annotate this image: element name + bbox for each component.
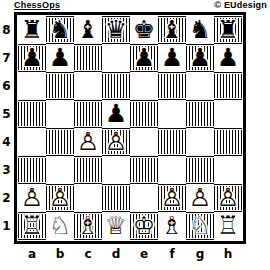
file-label-d: d bbox=[102, 247, 130, 261]
black-pawn[interactable]: ♟ bbox=[49, 44, 71, 72]
white-king[interactable]: ♔ bbox=[133, 212, 155, 240]
file-labels: abcdefgh bbox=[18, 247, 242, 261]
square-a2[interactable]: ♙ bbox=[18, 184, 46, 212]
black-rook[interactable]: ♜ bbox=[217, 16, 239, 44]
square-h1[interactable]: ♖ bbox=[214, 212, 242, 240]
white-rook[interactable]: ♖ bbox=[21, 212, 43, 240]
file-label-g: g bbox=[186, 247, 214, 261]
white-pawn[interactable]: ♙ bbox=[49, 184, 71, 212]
black-bishop[interactable]: ♝ bbox=[77, 16, 99, 44]
black-pawn[interactable]: ♟ bbox=[133, 44, 155, 72]
black-bishop[interactable]: ♝ bbox=[161, 16, 183, 44]
square-b7[interactable]: ♟ bbox=[46, 44, 74, 72]
square-e5[interactable] bbox=[130, 100, 158, 128]
file-label-a: a bbox=[18, 247, 46, 261]
black-knight[interactable]: ♞ bbox=[49, 16, 71, 44]
square-e6[interactable] bbox=[130, 72, 158, 100]
square-d4[interactable]: ♙ bbox=[102, 128, 130, 156]
square-c4[interactable]: ♙ bbox=[74, 128, 102, 156]
square-g7[interactable]: ♟ bbox=[186, 44, 214, 72]
square-e2[interactable] bbox=[130, 184, 158, 212]
rank-label-1: 1 bbox=[0, 212, 13, 240]
square-a7[interactable]: ♟ bbox=[18, 44, 46, 72]
square-e3[interactable] bbox=[130, 156, 158, 184]
square-h4[interactable] bbox=[214, 128, 242, 156]
file-label-b: b bbox=[46, 247, 74, 261]
white-bishop[interactable]: ♗ bbox=[77, 212, 99, 240]
white-rook[interactable]: ♖ bbox=[217, 212, 239, 240]
square-a8[interactable]: ♜ bbox=[18, 16, 46, 44]
rank-label-5: 5 bbox=[0, 100, 13, 128]
square-b6[interactable] bbox=[46, 72, 74, 100]
square-b2[interactable]: ♙ bbox=[46, 184, 74, 212]
header: ChessOps © EUdesign bbox=[14, 0, 267, 11]
rank-label-7: 7 bbox=[0, 44, 13, 72]
rank-label-8: 8 bbox=[0, 16, 13, 44]
white-bishop[interactable]: ♗ bbox=[161, 212, 183, 240]
black-pawn[interactable]: ♟ bbox=[105, 100, 127, 128]
square-b5[interactable] bbox=[46, 100, 74, 128]
square-c5[interactable] bbox=[74, 100, 102, 128]
square-h6[interactable] bbox=[214, 72, 242, 100]
square-d8[interactable]: ♛ bbox=[102, 16, 130, 44]
black-queen[interactable]: ♛ bbox=[105, 16, 127, 44]
white-pawn[interactable]: ♙ bbox=[21, 184, 43, 212]
app-title: ChessOps bbox=[14, 0, 60, 10]
white-knight[interactable]: ♘ bbox=[189, 212, 211, 240]
square-f5[interactable] bbox=[158, 100, 186, 128]
chess-board: ♜♞♝♛♚♝♞♜♟♟♟♟♟♟♟♙♙♙♙♙♙♙♖♘♗♕♔♗♘♖ bbox=[14, 12, 246, 244]
white-pawn[interactable]: ♙ bbox=[105, 128, 127, 156]
square-a6[interactable] bbox=[18, 72, 46, 100]
file-label-f: f bbox=[158, 247, 186, 261]
square-c1[interactable]: ♗ bbox=[74, 212, 102, 240]
square-f2[interactable]: ♙ bbox=[158, 184, 186, 212]
square-f3[interactable] bbox=[158, 156, 186, 184]
square-g4[interactable] bbox=[186, 128, 214, 156]
square-a4[interactable] bbox=[18, 128, 46, 156]
square-f6[interactable] bbox=[158, 72, 186, 100]
square-d6[interactable] bbox=[102, 72, 130, 100]
square-g2[interactable]: ♙ bbox=[186, 184, 214, 212]
white-pawn[interactable]: ♙ bbox=[217, 184, 239, 212]
square-e4[interactable] bbox=[130, 128, 158, 156]
square-h8[interactable]: ♜ bbox=[214, 16, 242, 44]
square-f1[interactable]: ♗ bbox=[158, 212, 186, 240]
square-h2[interactable]: ♙ bbox=[214, 184, 242, 212]
square-b8[interactable]: ♞ bbox=[46, 16, 74, 44]
square-d2[interactable] bbox=[102, 184, 130, 212]
square-a3[interactable] bbox=[18, 156, 46, 184]
square-f7[interactable]: ♟ bbox=[158, 44, 186, 72]
square-c6[interactable] bbox=[74, 72, 102, 100]
square-g6[interactable] bbox=[186, 72, 214, 100]
square-c3[interactable] bbox=[74, 156, 102, 184]
rank-label-3: 3 bbox=[0, 156, 13, 184]
white-queen[interactable]: ♕ bbox=[105, 212, 127, 240]
square-b4[interactable] bbox=[46, 128, 74, 156]
square-g8[interactable]: ♞ bbox=[186, 16, 214, 44]
black-knight[interactable]: ♞ bbox=[189, 16, 211, 44]
black-pawn[interactable]: ♟ bbox=[161, 44, 183, 72]
white-pawn[interactable]: ♙ bbox=[77, 128, 99, 156]
square-b1[interactable]: ♘ bbox=[46, 212, 74, 240]
rank-label-6: 6 bbox=[0, 72, 13, 100]
square-d7[interactable] bbox=[102, 44, 130, 72]
square-d1[interactable]: ♕ bbox=[102, 212, 130, 240]
square-e7[interactable]: ♟ bbox=[130, 44, 158, 72]
square-c2[interactable] bbox=[74, 184, 102, 212]
square-b3[interactable] bbox=[46, 156, 74, 184]
square-g3[interactable] bbox=[186, 156, 214, 184]
black-pawn[interactable]: ♟ bbox=[21, 44, 43, 72]
black-rook[interactable]: ♜ bbox=[21, 16, 43, 44]
square-c8[interactable]: ♝ bbox=[74, 16, 102, 44]
square-f8[interactable]: ♝ bbox=[158, 16, 186, 44]
square-h5[interactable] bbox=[214, 100, 242, 128]
white-pawn[interactable]: ♙ bbox=[189, 184, 211, 212]
square-e8[interactable]: ♚ bbox=[130, 16, 158, 44]
square-h7[interactable]: ♟ bbox=[214, 44, 242, 72]
square-e1[interactable]: ♔ bbox=[130, 212, 158, 240]
black-pawn[interactable]: ♟ bbox=[217, 44, 239, 72]
file-label-c: c bbox=[74, 247, 102, 261]
file-label-e: e bbox=[130, 247, 158, 261]
square-h3[interactable] bbox=[214, 156, 242, 184]
square-d5[interactable]: ♟ bbox=[102, 100, 130, 128]
square-f4[interactable] bbox=[158, 128, 186, 156]
square-a5[interactable] bbox=[18, 100, 46, 128]
black-king[interactable]: ♚ bbox=[133, 16, 155, 44]
white-pawn[interactable]: ♙ bbox=[161, 184, 183, 212]
file-label-h: h bbox=[214, 247, 242, 261]
square-g1[interactable]: ♘ bbox=[186, 212, 214, 240]
chessops-app: ChessOps © EUdesign 87654321 ♜♞♝♛♚♝♞♜♟♟♟… bbox=[0, 0, 270, 270]
copyright-credit: © EUdesign bbox=[214, 0, 267, 10]
rank-label-2: 2 bbox=[0, 184, 13, 212]
square-c7[interactable] bbox=[74, 44, 102, 72]
square-d3[interactable] bbox=[102, 156, 130, 184]
white-knight[interactable]: ♘ bbox=[49, 212, 71, 240]
rank-labels: 87654321 bbox=[0, 16, 13, 240]
black-pawn[interactable]: ♟ bbox=[189, 44, 211, 72]
rank-label-4: 4 bbox=[0, 128, 13, 156]
square-g5[interactable] bbox=[186, 100, 214, 128]
square-a1[interactable]: ♖ bbox=[18, 212, 46, 240]
